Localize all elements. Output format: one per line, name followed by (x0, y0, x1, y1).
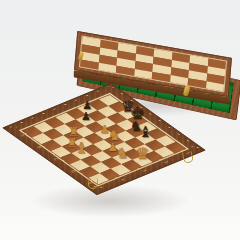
chess-set-photo: A B C D E F G H 1 2 3 4 5 6 7 8 ♛♚♞♝♟♟♟♞… (0, 0, 240, 240)
board-grid (23, 95, 186, 185)
